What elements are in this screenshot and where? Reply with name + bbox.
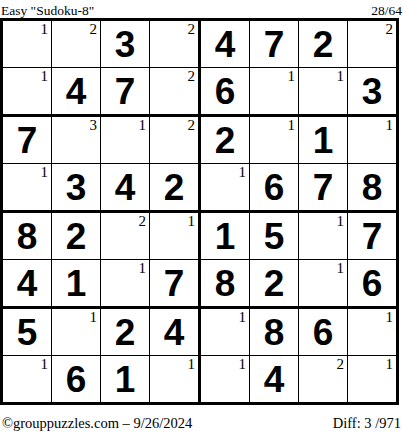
cell-r3c8[interactable]: 1	[348, 117, 396, 164]
given-digit: 3	[362, 73, 383, 110]
pencil-mark: 2	[188, 68, 196, 85]
pencil-mark: 1	[386, 356, 394, 373]
pencil-mark: 1	[239, 164, 247, 181]
cell-r6c4[interactable]: 7	[150, 260, 201, 309]
cell-r4c7[interactable]: 7	[299, 164, 348, 213]
given-digit: 5	[17, 314, 38, 351]
cell-r3c6[interactable]: 1	[250, 117, 299, 164]
cell-r8c3[interactable]: 1	[101, 356, 150, 402]
cell-r2c2[interactable]: 4	[52, 68, 101, 117]
pencil-mark: 1	[41, 164, 49, 181]
cell-r4c5[interactable]: 1	[201, 164, 250, 213]
cell-r5c8[interactable]: 7	[348, 213, 396, 260]
given-digit: 4	[17, 265, 38, 302]
header: Easy "Sudoku-8" 28/64	[0, 0, 403, 18]
given-digit: 7	[362, 218, 383, 255]
cell-r6c8[interactable]: 6	[348, 260, 396, 309]
given-digit: 7	[164, 265, 185, 302]
given-digit: 2	[115, 314, 136, 351]
cell-r3c7[interactable]: 1	[299, 117, 348, 164]
cell-r8c7[interactable]: 2	[299, 356, 348, 402]
cell-r3c4[interactable]: 2	[150, 117, 201, 164]
given-digit: 1	[215, 218, 236, 255]
cell-r6c2[interactable]: 1	[52, 260, 101, 309]
cell-r4c6[interactable]: 6	[250, 164, 299, 213]
pencil-mark: 1	[337, 260, 345, 277]
cell-r7c4[interactable]: 4	[150, 309, 201, 356]
cell-r7c1[interactable]: 5	[3, 309, 52, 356]
pencil-mark: 1	[41, 21, 49, 38]
given-digit: 2	[66, 218, 87, 255]
cell-r1c8[interactable]: 2	[348, 21, 396, 68]
pencil-mark: 1	[288, 68, 296, 85]
cell-r2c5[interactable]: 6	[201, 68, 250, 117]
given-digit: 8	[17, 218, 38, 255]
cell-r5c7[interactable]: 1	[299, 213, 348, 260]
given-digit: 8	[215, 265, 236, 302]
cell-r4c3[interactable]: 4	[101, 164, 150, 213]
cell-r3c5[interactable]: 2	[201, 117, 250, 164]
given-digit: 4	[66, 73, 87, 110]
cell-r6c6[interactable]: 2	[250, 260, 299, 309]
cell-r2c8[interactable]: 3	[348, 68, 396, 117]
cell-r8c1[interactable]: 1	[3, 356, 52, 402]
cell-r1c2[interactable]: 2	[52, 21, 101, 68]
given-digit: 2	[264, 265, 285, 302]
cell-r1c1[interactable]: 1	[3, 21, 52, 68]
sudoku-board: 1232472214726113731221111342167882211517…	[0, 18, 399, 405]
pencil-mark: 1	[41, 356, 49, 373]
copyright-text: ©grouppuzzles.com – 9/26/2024	[2, 415, 192, 432]
cell-r5c5[interactable]: 1	[201, 213, 250, 260]
pencil-mark: 2	[386, 21, 394, 38]
pencil-mark: 2	[188, 117, 196, 134]
cell-r6c5[interactable]: 8	[201, 260, 250, 309]
pencil-mark: 1	[386, 117, 394, 134]
given-digit: 3	[66, 169, 87, 206]
cell-r1c5[interactable]: 4	[201, 21, 250, 68]
given-digit: 7	[17, 122, 38, 159]
pencil-mark: 2	[188, 21, 196, 38]
cell-r2c1[interactable]: 1	[3, 68, 52, 117]
given-digit: 6	[313, 314, 334, 351]
cell-r5c6[interactable]: 5	[250, 213, 299, 260]
cell-r3c2[interactable]: 3	[52, 117, 101, 164]
cell-r5c3[interactable]: 2	[101, 213, 150, 260]
given-digit: 6	[264, 169, 285, 206]
given-digit: 1	[313, 122, 334, 159]
cell-r1c6[interactable]: 7	[250, 21, 299, 68]
cell-r7c3[interactable]: 2	[101, 309, 150, 356]
cell-r7c8[interactable]: 1	[348, 309, 396, 356]
given-digit: 7	[115, 73, 136, 110]
given-digit: 7	[264, 26, 285, 63]
difficulty-text: Diff: 3 /971	[333, 415, 401, 432]
progress-counter: 28/64	[371, 3, 402, 18]
cell-r4c2[interactable]: 3	[52, 164, 101, 213]
footer: ©grouppuzzles.com – 9/26/2024 Diff: 3 /9…	[0, 415, 403, 432]
cell-r8c4[interactable]: 1	[150, 356, 201, 402]
cell-r2c3[interactable]: 7	[101, 68, 150, 117]
pencil-mark: 1	[188, 213, 196, 230]
puzzle-page: Easy "Sudoku-8" 28/64 123247221472611373…	[0, 0, 403, 437]
cell-r8c2[interactable]: 6	[52, 356, 101, 402]
given-digit: 8	[362, 169, 383, 206]
given-digit: 8	[264, 314, 285, 351]
cell-r5c4[interactable]: 1	[150, 213, 201, 260]
given-digit: 7	[313, 169, 334, 206]
given-digit: 5	[264, 218, 285, 255]
pencil-mark: 1	[188, 356, 196, 373]
cell-r8c8[interactable]: 1	[348, 356, 396, 402]
pencil-mark: 2	[337, 356, 345, 373]
given-digit: 1	[66, 265, 87, 302]
given-digit: 4	[115, 169, 136, 206]
cell-r1c4[interactable]: 2	[150, 21, 201, 68]
cell-r7c6[interactable]: 8	[250, 309, 299, 356]
given-digit: 6	[362, 265, 383, 302]
cell-r4c4[interactable]: 2	[150, 164, 201, 213]
pencil-mark: 1	[239, 356, 247, 373]
cell-r8c6[interactable]: 4	[250, 356, 299, 402]
cell-r7c2[interactable]: 1	[52, 309, 101, 356]
cell-r5c2[interactable]: 2	[52, 213, 101, 260]
given-digit: 6	[66, 361, 87, 398]
pencil-mark: 3	[90, 117, 98, 134]
cell-r1c3[interactable]: 3	[101, 21, 150, 68]
given-digit: 3	[115, 26, 136, 63]
pencil-mark: 1	[90, 309, 98, 326]
cell-r2c4[interactable]: 2	[150, 68, 201, 117]
given-digit: 6	[215, 73, 236, 110]
cell-r3c1[interactable]: 7	[3, 117, 52, 164]
pencil-mark: 1	[288, 117, 296, 134]
pencil-mark: 1	[139, 117, 147, 134]
given-digit: 2	[164, 169, 185, 206]
pencil-mark: 1	[337, 68, 345, 85]
cell-r6c3[interactable]: 1	[101, 260, 150, 309]
cell-r2c7[interactable]: 1	[299, 68, 348, 117]
cell-r2c6[interactable]: 1	[250, 68, 299, 117]
given-digit: 2	[215, 122, 236, 159]
given-digit: 1	[115, 361, 136, 398]
cell-r6c1[interactable]: 4	[3, 260, 52, 309]
pencil-mark: 2	[139, 213, 147, 230]
given-digit: 2	[313, 26, 334, 63]
cell-r4c1[interactable]: 1	[3, 164, 52, 213]
pencil-mark: 1	[139, 260, 147, 277]
cell-r5c1[interactable]: 8	[3, 213, 52, 260]
pencil-mark: 2	[90, 21, 98, 38]
pencil-mark: 1	[386, 309, 394, 326]
cell-r3c3[interactable]: 1	[101, 117, 150, 164]
cell-r7c5[interactable]: 1	[201, 309, 250, 356]
pencil-mark: 1	[239, 309, 247, 326]
given-digit: 4	[215, 26, 236, 63]
cell-r6c7[interactable]: 1	[299, 260, 348, 309]
cell-r7c7[interactable]: 6	[299, 309, 348, 356]
cell-r4c8[interactable]: 8	[348, 164, 396, 213]
given-digit: 4	[264, 361, 285, 398]
cell-r8c5[interactable]: 1	[201, 356, 250, 402]
given-digit: 4	[164, 314, 185, 351]
cell-r1c7[interactable]: 2	[299, 21, 348, 68]
pencil-mark: 1	[41, 68, 49, 85]
pencil-mark: 1	[337, 213, 345, 230]
puzzle-title: Easy "Sudoku-8"	[1, 3, 94, 18]
